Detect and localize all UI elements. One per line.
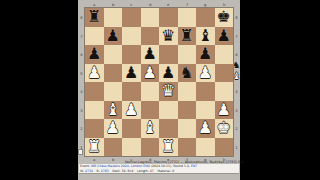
board: ♜♚♟♛♜♝♟♟♟♟♟♟♟♟♞♟♛♝♟♟♟♝♟♚♜♜ xyxy=(85,8,233,156)
coord-label: d xyxy=(144,2,155,6)
square-c7[interactable] xyxy=(122,27,141,46)
square-f3[interactable] xyxy=(178,101,197,120)
coord-label: h xyxy=(218,2,229,6)
black-pawn-piece: ♟ xyxy=(106,27,120,45)
square-b2[interactable]: ♟ xyxy=(104,119,123,138)
black-pawn-piece: ♟ xyxy=(87,45,101,63)
square-g1[interactable] xyxy=(196,138,215,157)
coord-label: 3 xyxy=(234,104,238,115)
square-e6[interactable] xyxy=(159,45,178,64)
square-g6[interactable]: ♟ xyxy=(196,45,215,64)
square-e1[interactable]: ♜ xyxy=(159,138,178,157)
square-b8[interactable] xyxy=(104,8,123,27)
square-g5[interactable]: ♟ xyxy=(196,64,215,83)
square-f8[interactable] xyxy=(178,8,197,27)
white-rook-piece: ♜ xyxy=(87,138,101,156)
coord-label: 2 xyxy=(79,123,83,134)
square-h7[interactable]: ♟ xyxy=(215,27,234,46)
event-link[interactable]: WR Chess Masters 2024, London ENG xyxy=(91,164,150,168)
square-c1[interactable] xyxy=(122,138,141,157)
square-f6[interactable] xyxy=(178,45,197,64)
square-c4[interactable] xyxy=(122,82,141,101)
black-pawn-piece: ♟ xyxy=(124,64,138,82)
square-a8[interactable]: ♜ xyxy=(85,8,104,27)
square-d6[interactable]: ♟ xyxy=(141,45,160,64)
file-labels-top: abcdefgh xyxy=(85,1,233,7)
info-value: 39. Bc4 xyxy=(122,169,134,173)
info-line: W: 2732B: 2783Next: 39. Bc4Length: 47Mat… xyxy=(80,169,162,172)
white-queen-piece: ♛ xyxy=(161,82,175,100)
info-segment-length: Length: 47 xyxy=(137,169,154,173)
coord-label: 6 xyxy=(234,49,238,60)
square-c8[interactable] xyxy=(122,8,141,27)
square-e7[interactable]: ♛ xyxy=(159,27,178,46)
square-d2[interactable]: ♝ xyxy=(141,119,160,138)
square-a1[interactable]: ♜ xyxy=(85,138,104,157)
square-a7[interactable] xyxy=(85,27,104,46)
square-f1[interactable] xyxy=(178,138,197,157)
square-b1[interactable] xyxy=(104,138,123,157)
square-f5[interactable]: ♞ xyxy=(178,64,197,83)
black-rook-piece: ♜ xyxy=(87,8,101,26)
black-pawn-piece: ♟ xyxy=(217,27,231,45)
material-tray: ♞♝ xyxy=(232,60,241,81)
event-date-round: (2024.10.11), Round 1.2, xyxy=(150,164,191,168)
white-pawn-piece: ♟ xyxy=(198,119,212,137)
info-segment-next: Next: 39. Bc4 xyxy=(112,169,133,173)
black-pawn-piece: ♟ xyxy=(198,45,212,63)
caption-box: Event: WR Chess Masters 2024, London ENG… xyxy=(79,164,239,174)
rank-labels-left: 87654321 xyxy=(78,8,85,156)
info-segment-w: W: 2732 xyxy=(80,169,93,173)
event-label: Event: xyxy=(80,164,91,168)
square-g4[interactable] xyxy=(196,82,215,101)
square-c6[interactable] xyxy=(122,45,141,64)
coord-label: 8 xyxy=(234,12,238,23)
info-segment-material: Material: 0 xyxy=(157,169,174,173)
white-pawn-piece: ♟ xyxy=(124,101,138,119)
square-e5[interactable]: ♟ xyxy=(159,64,178,83)
square-d3[interactable] xyxy=(141,101,160,120)
rank-labels-right: 87654321 xyxy=(233,8,240,156)
white-pawn-piece: ♟ xyxy=(106,119,120,137)
square-b3[interactable]: ♝ xyxy=(104,101,123,120)
black-rook-piece: ♜ xyxy=(180,27,194,45)
white-rook-piece: ♜ xyxy=(161,138,175,156)
coord-label: c xyxy=(126,2,137,6)
white-bishop-piece: ♝ xyxy=(106,101,120,119)
square-e2[interactable] xyxy=(159,119,178,138)
square-h5[interactable] xyxy=(215,64,234,83)
square-d8[interactable] xyxy=(141,8,160,27)
square-h6[interactable] xyxy=(215,45,234,64)
square-h2[interactable]: ♚ xyxy=(215,119,234,138)
square-d5[interactable]: ♟ xyxy=(141,64,160,83)
info-value: 47 xyxy=(150,169,154,173)
square-h3[interactable]: ♟ xyxy=(215,101,234,120)
white-pawn-piece: ♟ xyxy=(198,64,212,82)
square-b5[interactable] xyxy=(104,64,123,83)
coord-label: g xyxy=(200,2,211,6)
square-h8[interactable]: ♚ xyxy=(215,8,234,27)
coord-label: 4 xyxy=(234,86,238,97)
square-g7[interactable]: ♝ xyxy=(196,27,215,46)
info-segment-b: B: 2783 xyxy=(97,169,109,173)
coord-label: 1 xyxy=(234,141,238,152)
square-b6[interactable] xyxy=(104,45,123,64)
eco-code-link[interactable]: E97 xyxy=(191,164,197,168)
diagram-panel: abcdefgh 87654321 87654321 ♜♚♟♛♜♝♟♟♟♟♟♟♟… xyxy=(78,0,240,180)
square-a5[interactable]: ♟ xyxy=(85,64,104,83)
coord-label: e xyxy=(163,2,174,6)
coord-label: 2 xyxy=(234,123,238,134)
thumbnail-stage: abcdefgh 87654321 87654321 ♜♚♟♛♜♝♟♟♟♟♟♟♟… xyxy=(0,0,320,180)
square-b4[interactable] xyxy=(104,82,123,101)
square-e4[interactable]: ♛ xyxy=(159,82,178,101)
square-g8[interactable] xyxy=(196,8,215,27)
square-g3[interactable] xyxy=(196,101,215,120)
info-label: Length: xyxy=(137,169,150,173)
info-label: Next: xyxy=(112,169,121,173)
black-queen-piece: ♛ xyxy=(161,27,175,45)
coord-label: f xyxy=(181,2,192,6)
square-d4[interactable] xyxy=(141,82,160,101)
coord-label: 7 xyxy=(234,30,238,41)
square-d7[interactable] xyxy=(141,27,160,46)
info-label: Material: xyxy=(157,169,172,173)
square-e3[interactable] xyxy=(159,101,178,120)
square-b7[interactable]: ♟ xyxy=(104,27,123,46)
coord-label: 5 xyxy=(79,67,83,78)
coord-label: a xyxy=(89,2,100,6)
tray-black-knight-icon: ♞ xyxy=(232,60,240,70)
players-result-text: Vachier-Lagrave, Maxime (2732) — Abdusat… xyxy=(125,160,244,164)
black-pawn-piece: ♟ xyxy=(143,45,157,63)
square-g2[interactable]: ♟ xyxy=(196,119,215,138)
coord-label: 8 xyxy=(79,12,83,23)
corner-chip xyxy=(78,149,83,155)
square-d1[interactable] xyxy=(141,138,160,157)
coord-label: 6 xyxy=(79,49,83,60)
square-c5[interactable]: ♟ xyxy=(122,64,141,83)
info-value: 0 xyxy=(172,169,174,173)
coord-label: 4 xyxy=(79,86,83,97)
black-king-piece: ♚ xyxy=(217,8,231,26)
white-pawn-piece: ♟ xyxy=(87,64,101,82)
white-king-piece: ♚ xyxy=(217,119,231,137)
white-bishop-piece: ♝ xyxy=(143,119,157,137)
square-a4[interactable] xyxy=(85,82,104,101)
coord-label: 3 xyxy=(79,104,83,115)
square-a2[interactable] xyxy=(85,119,104,138)
black-knight-piece: ♞ xyxy=(180,64,194,82)
square-c3[interactable]: ♟ xyxy=(122,101,141,120)
square-h1[interactable] xyxy=(215,138,234,157)
coord-label: 7 xyxy=(79,30,83,41)
square-f2[interactable] xyxy=(178,119,197,138)
square-a3[interactable] xyxy=(85,101,104,120)
info-value: 2783 xyxy=(101,169,109,173)
black-pawn-piece: ♟ xyxy=(161,64,175,82)
square-f7[interactable]: ♜ xyxy=(178,27,197,46)
square-h4[interactable] xyxy=(215,82,234,101)
square-e8[interactable] xyxy=(159,8,178,27)
square-c2[interactable] xyxy=(122,119,141,138)
square-f4[interactable] xyxy=(178,82,197,101)
coord-label: b xyxy=(107,2,118,6)
square-a6[interactable]: ♟ xyxy=(85,45,104,64)
white-pawn-piece: ♟ xyxy=(143,64,157,82)
black-bishop-piece: ♝ xyxy=(198,27,212,45)
tray-white-bishop-icon: ♝ xyxy=(232,71,240,81)
white-pawn-piece: ♟ xyxy=(217,101,231,119)
event-line: Event: WR Chess Masters 2024, London ENG… xyxy=(80,164,162,167)
info-value: 2732 xyxy=(85,169,93,173)
